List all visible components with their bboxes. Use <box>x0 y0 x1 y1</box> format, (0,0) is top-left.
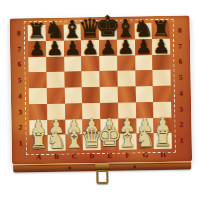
square-g4[interactable] <box>135 86 153 102</box>
square-f6[interactable] <box>117 55 135 71</box>
rank-label: 6 <box>174 54 186 70</box>
rank-label: 4 <box>175 86 187 102</box>
rank-label: 5 <box>174 70 186 86</box>
square-g5[interactable] <box>135 70 153 86</box>
rank-label: 8 <box>13 25 25 41</box>
square-h5[interactable] <box>153 70 171 86</box>
hinge-pin-left <box>68 167 71 170</box>
square-b6[interactable] <box>46 56 64 72</box>
file-labels-bottom: ABCDEFGH <box>30 149 172 162</box>
piece-black-pawn[interactable]: ♟ <box>153 36 170 55</box>
square-c4[interactable] <box>64 87 82 103</box>
file-label: H <box>154 149 172 160</box>
square-e6[interactable] <box>99 55 117 71</box>
rank-label: 1 <box>15 136 27 152</box>
square-g7[interactable]: ♟ <box>134 39 152 55</box>
square-b5[interactable] <box>46 72 64 88</box>
square-e5[interactable] <box>99 71 117 87</box>
square-a4[interactable] <box>29 88 47 104</box>
rank-label: 4 <box>14 88 26 104</box>
file-label: D <box>83 150 101 161</box>
folding-chess-box: 87654321 87654321 ABCDEFGH ♜♞♝♛♚♝♞♜♟♟♟♟♟… <box>10 15 193 184</box>
rank-label: 2 <box>14 120 26 136</box>
piece-white-rook[interactable]: ♜ <box>153 129 172 150</box>
chess-board: 87654321 87654321 ABCDEFGH ♜♞♝♛♚♝♞♜♟♟♟♟♟… <box>10 15 193 164</box>
piece-black-pawn[interactable]: ♟ <box>46 38 63 57</box>
square-h1[interactable]: ♜ <box>154 133 172 149</box>
rank-label: 6 <box>13 57 25 73</box>
square-h6[interactable] <box>152 54 170 70</box>
piece-black-pawn[interactable]: ♟ <box>117 37 134 56</box>
square-e7[interactable]: ♟ <box>99 39 117 55</box>
piece-black-pawn[interactable]: ♟ <box>99 37 116 56</box>
board-grid: ♜♞♝♛♚♝♞♜♟♟♟♟♟♟♟♟♟♟♟♟♟♟♟♟♜♞♝♛♚♝♞♜ <box>28 23 172 151</box>
square-b4[interactable] <box>47 88 65 104</box>
brass-clasp <box>93 163 111 183</box>
square-g1[interactable]: ♞ <box>136 133 154 149</box>
file-label: F <box>119 149 137 160</box>
square-c5[interactable] <box>64 72 82 88</box>
square-c6[interactable] <box>64 56 82 72</box>
file-label: E <box>101 150 119 161</box>
rank-label: 3 <box>175 101 187 117</box>
playing-area: ♜♞♝♛♚♝♞♜♟♟♟♟♟♟♟♟♟♟♟♟♟♟♟♟♜♞♝♛♚♝♞♜ <box>28 23 172 151</box>
square-h4[interactable] <box>153 86 171 102</box>
hinge-pin-right <box>133 165 136 168</box>
square-f1[interactable]: ♝ <box>118 134 136 150</box>
file-label: B <box>48 151 66 162</box>
square-d5[interactable] <box>82 71 100 87</box>
square-g6[interactable] <box>135 55 153 71</box>
square-a6[interactable] <box>28 56 46 72</box>
rank-labels-right: 87654321 <box>174 23 188 149</box>
piece-black-pawn[interactable]: ♟ <box>64 38 81 57</box>
file-label: C <box>65 150 83 161</box>
square-a7[interactable]: ♟ <box>28 41 46 57</box>
product-photo-scene: 87654321 87654321 ABCDEFGH ♜♞♝♛♚♝♞♜♟♟♟♟♟… <box>0 0 200 200</box>
square-d4[interactable] <box>82 87 100 103</box>
square-d6[interactable] <box>81 56 99 72</box>
piece-black-pawn[interactable]: ♟ <box>135 37 152 56</box>
square-h7[interactable]: ♟ <box>152 39 170 55</box>
square-c7[interactable]: ♟ <box>63 40 81 56</box>
square-a5[interactable] <box>29 72 47 88</box>
square-a1[interactable]: ♜ <box>30 135 48 151</box>
clasp-loop <box>96 170 108 184</box>
file-label: G <box>136 149 154 160</box>
rank-label: 7 <box>13 41 25 57</box>
file-label: A <box>30 151 48 162</box>
rank-labels-left: 87654321 <box>13 25 27 151</box>
rank-label: 3 <box>14 104 26 120</box>
square-f5[interactable] <box>117 71 135 87</box>
rank-label: 7 <box>174 38 186 54</box>
square-b7[interactable]: ♟ <box>46 40 64 56</box>
piece-black-pawn[interactable]: ♟ <box>82 38 99 57</box>
rank-label: 8 <box>174 23 186 39</box>
square-d7[interactable]: ♟ <box>81 40 99 56</box>
square-e4[interactable] <box>100 87 118 103</box>
rank-label: 2 <box>175 117 187 133</box>
square-f4[interactable] <box>118 86 136 102</box>
square-f7[interactable]: ♟ <box>117 39 135 55</box>
piece-black-pawn[interactable]: ♟ <box>28 38 45 57</box>
rank-label: 1 <box>176 133 188 149</box>
rank-label: 5 <box>14 73 26 89</box>
